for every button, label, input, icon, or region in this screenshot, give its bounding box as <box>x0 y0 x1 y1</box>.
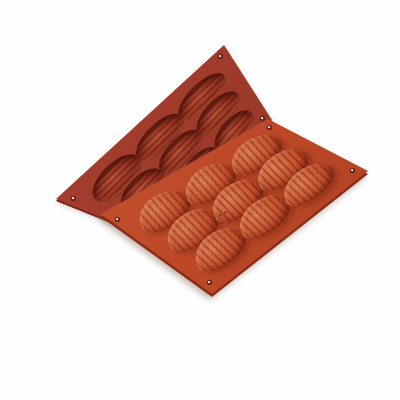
madeleine-mold-front <box>0 0 400 400</box>
corner-hole <box>350 168 355 173</box>
product-photo <box>0 0 400 400</box>
corner-hole <box>115 217 120 222</box>
corner-hole <box>267 125 272 130</box>
